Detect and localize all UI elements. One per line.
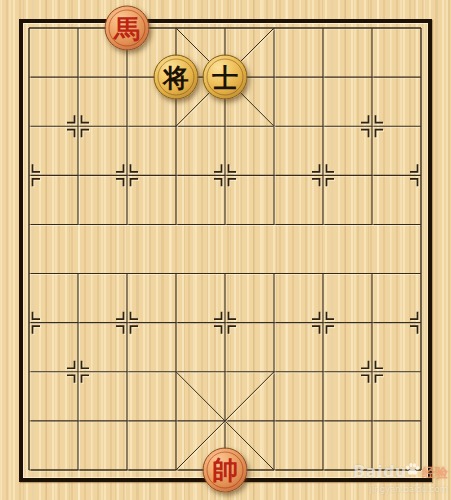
baidu-paw-icon bbox=[404, 461, 421, 478]
piece-black-advisor[interactable]: 士 bbox=[203, 55, 248, 100]
piece-black-general[interactable]: 将 bbox=[154, 55, 199, 100]
watermark-brand: Baidu bbox=[353, 464, 407, 481]
piece-glyph: 帥 bbox=[212, 457, 238, 483]
piece-glyph: 士 bbox=[212, 64, 238, 90]
watermark-suffix: 经验 bbox=[422, 466, 448, 480]
piece-glyph: 馬 bbox=[114, 15, 140, 41]
watermark-url: jingyan.baidu.com bbox=[353, 485, 448, 494]
piece-red-general[interactable]: 帥 bbox=[203, 447, 248, 492]
piece-glyph: 将 bbox=[163, 64, 189, 90]
piece-red-horse[interactable]: 馬 bbox=[105, 6, 150, 51]
baidu-watermark: Baidu 经验 jingyan.baidu.com bbox=[353, 461, 448, 494]
xiangqi-board: 馬将士帥 Baidu 经验 jingyan.baidu.com bbox=[0, 0, 451, 500]
